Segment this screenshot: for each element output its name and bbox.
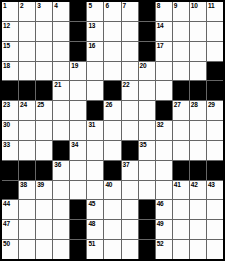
cell-r11c1[interactable]: 44 (2, 200, 18, 219)
cell-r1c3[interactable]: 3 (36, 2, 52, 21)
cell-r3c10[interactable]: 17 (156, 42, 172, 61)
cell-r13c13[interactable] (207, 240, 223, 259)
cell-r1c6[interactable]: 5 (87, 2, 103, 21)
cell-r10c10[interactable] (156, 181, 172, 200)
black-cell-r9c11 (173, 161, 189, 180)
cell-r7c1[interactable]: 30 (2, 121, 18, 140)
cell-r6c8[interactable] (122, 101, 138, 120)
black-cell-r8c8 (122, 141, 138, 160)
cell-r9c6[interactable] (87, 161, 103, 180)
clue-number-2: 2 (20, 2, 23, 10)
clue-number-39: 39 (37, 181, 44, 189)
black-cell-r9c12 (190, 161, 206, 180)
cell-r8c13[interactable] (207, 141, 223, 160)
cell-r6c11[interactable]: 27 (173, 101, 189, 120)
cell-r5c4[interactable]: 21 (53, 81, 69, 100)
cell-r1c12[interactable]: 10 (190, 2, 206, 21)
cell-r5c8[interactable]: 22 (122, 81, 138, 100)
cell-r8c2[interactable] (19, 141, 35, 160)
cell-r3c3[interactable] (36, 42, 52, 61)
black-cell-r4c13 (207, 62, 223, 81)
clue-number-28: 28 (191, 101, 198, 109)
black-cell-r1c9 (139, 2, 155, 21)
cell-r10c7[interactable]: 40 (104, 181, 120, 200)
clue-number-32: 32 (157, 121, 164, 129)
black-cell-r11c9 (139, 200, 155, 219)
clue-number-3: 3 (37, 2, 40, 10)
black-cell-r5c11 (173, 81, 189, 100)
clue-number-35: 35 (140, 141, 147, 149)
clue-number-1: 1 (3, 2, 6, 10)
black-cell-r12c5 (70, 220, 86, 239)
cell-r3c12[interactable] (190, 42, 206, 61)
cell-r3c1[interactable]: 15 (2, 42, 18, 61)
cell-r10c4[interactable] (53, 181, 69, 200)
clue-number-40: 40 (105, 181, 112, 189)
black-cell-r1c5 (70, 2, 86, 21)
cell-r4c8[interactable] (122, 62, 138, 81)
cell-r11c3[interactable] (36, 200, 52, 219)
cell-r2c13[interactable] (207, 22, 223, 41)
cell-r8c1[interactable]: 33 (2, 141, 18, 160)
clue-number-7: 7 (123, 2, 126, 10)
cell-r2c4[interactable] (53, 22, 69, 41)
cell-r1c4[interactable]: 4 (53, 2, 69, 21)
clue-number-44: 44 (3, 200, 10, 208)
clue-number-12: 12 (3, 22, 10, 30)
clue-number-29: 29 (208, 101, 215, 109)
cell-r11c13[interactable] (207, 200, 223, 219)
clue-number-8: 8 (157, 2, 160, 10)
black-cell-r9c2 (19, 161, 35, 180)
clue-number-5: 5 (88, 2, 91, 10)
cell-r11c4[interactable] (53, 200, 69, 219)
clue-number-36: 36 (54, 161, 61, 169)
black-cell-r5c7 (104, 81, 120, 100)
cell-r12c11[interactable] (173, 220, 189, 239)
black-cell-r3c9 (139, 42, 155, 61)
cell-r4c10[interactable] (156, 62, 172, 81)
cell-r1c10[interactable]: 8 (156, 2, 172, 21)
cell-r4c6[interactable] (87, 62, 103, 81)
cell-r8c7[interactable] (104, 141, 120, 160)
clue-number-31: 31 (88, 121, 95, 129)
black-cell-r13c9 (139, 240, 155, 259)
cell-r4c5[interactable]: 19 (70, 62, 86, 81)
clue-number-18: 18 (3, 62, 10, 70)
cell-r10c9[interactable] (139, 181, 155, 200)
cell-r4c1[interactable]: 18 (2, 62, 18, 81)
cell-r2c8[interactable] (122, 22, 138, 41)
clue-number-42: 42 (191, 181, 198, 189)
cell-r8c11[interactable] (173, 141, 189, 160)
clue-number-37: 37 (123, 161, 130, 169)
cell-r8c12[interactable] (190, 141, 206, 160)
cell-r1c1[interactable]: 1 (2, 2, 18, 21)
cell-r5c5[interactable] (70, 81, 86, 100)
cell-r6c7[interactable]: 26 (104, 101, 120, 120)
cell-r8c10[interactable] (156, 141, 172, 160)
clue-number-34: 34 (71, 141, 78, 149)
cell-r10c3[interactable]: 39 (36, 181, 52, 200)
cell-r7c11[interactable] (173, 121, 189, 140)
cell-r1c8[interactable]: 7 (122, 2, 138, 21)
cell-r7c9[interactable] (139, 121, 155, 140)
clue-number-46: 46 (157, 200, 164, 208)
cell-r5c10[interactable] (156, 81, 172, 100)
clue-number-17: 17 (157, 42, 164, 50)
cell-r8c3[interactable] (36, 141, 52, 160)
cell-r9c10[interactable] (156, 161, 172, 180)
clue-number-4: 4 (54, 2, 57, 10)
cell-r11c7[interactable] (104, 200, 120, 219)
cell-r6c5[interactable] (70, 101, 86, 120)
cell-r2c10[interactable]: 14 (156, 22, 172, 41)
cell-r13c12[interactable] (190, 240, 206, 259)
cell-r7c6[interactable]: 31 (87, 121, 103, 140)
cell-r5c9[interactable] (139, 81, 155, 100)
cell-r10c2[interactable]: 38 (19, 181, 35, 200)
cell-r9c4[interactable]: 36 (53, 161, 69, 180)
black-cell-r5c12 (190, 81, 206, 100)
cell-r12c3[interactable] (36, 220, 52, 239)
cell-r6c3[interactable]: 25 (36, 101, 52, 120)
cell-r2c2[interactable] (19, 22, 35, 41)
cell-r6c2[interactable]: 24 (19, 101, 35, 120)
cell-r6c1[interactable]: 23 (2, 101, 18, 120)
crossword-board: 1234567891011121314151617181920212223242… (0, 0, 225, 261)
cell-r7c12[interactable] (190, 121, 206, 140)
cell-r1c13[interactable]: 11 (207, 2, 223, 21)
black-cell-r2c9 (139, 22, 155, 41)
cell-r7c8[interactable] (122, 121, 138, 140)
cell-r13c3[interactable] (36, 240, 52, 259)
cell-r11c6[interactable]: 45 (87, 200, 103, 219)
cell-r1c7[interactable]: 6 (104, 2, 120, 21)
clue-number-33: 33 (3, 141, 10, 149)
cell-r12c10[interactable]: 49 (156, 220, 172, 239)
cell-r5c6[interactable] (87, 81, 103, 100)
cell-r3c11[interactable] (173, 42, 189, 61)
cell-r10c13[interactable]: 43 (207, 181, 223, 200)
clue-number-25: 25 (37, 101, 44, 109)
clue-number-15: 15 (3, 42, 10, 50)
cell-r11c12[interactable] (190, 200, 206, 219)
clue-number-9: 9 (174, 2, 177, 10)
clue-number-21: 21 (54, 81, 61, 89)
clue-number-45: 45 (88, 200, 95, 208)
black-cell-r12c9 (139, 220, 155, 239)
clue-number-30: 30 (3, 121, 10, 129)
cell-r13c11[interactable] (173, 240, 189, 259)
cell-r10c5[interactable] (70, 181, 86, 200)
cell-r4c2[interactable] (19, 62, 35, 81)
cell-r7c5[interactable] (70, 121, 86, 140)
clue-number-20: 20 (140, 62, 147, 70)
clue-number-52: 52 (157, 240, 164, 248)
cell-r13c7[interactable] (104, 240, 120, 259)
clue-number-48: 48 (88, 220, 95, 228)
black-cell-r5c2 (19, 81, 35, 100)
cell-r3c8[interactable] (122, 42, 138, 61)
clue-number-16: 16 (88, 42, 95, 50)
cell-r12c1[interactable]: 47 (2, 220, 18, 239)
cell-r10c11[interactable]: 41 (173, 181, 189, 200)
cell-r10c6[interactable] (87, 181, 103, 200)
cell-r3c2[interactable] (19, 42, 35, 61)
cell-r8c5[interactable]: 34 (70, 141, 86, 160)
cell-r1c11[interactable]: 9 (173, 2, 189, 21)
cell-r1c2[interactable]: 2 (19, 2, 35, 21)
cell-r12c4[interactable] (53, 220, 69, 239)
cell-r2c3[interactable] (36, 22, 52, 41)
clue-number-6: 6 (105, 2, 108, 10)
cell-r11c2[interactable] (19, 200, 35, 219)
cell-r6c4[interactable] (53, 101, 69, 120)
cell-r7c4[interactable] (53, 121, 69, 140)
cell-r13c4[interactable] (53, 240, 69, 259)
cell-r4c12[interactable] (190, 62, 206, 81)
clue-number-10: 10 (191, 2, 198, 10)
black-cell-r5c1 (2, 81, 18, 100)
cell-r8c6[interactable] (87, 141, 103, 160)
black-cell-r2c5 (70, 22, 86, 41)
cell-r2c11[interactable] (173, 22, 189, 41)
clue-number-43: 43 (208, 181, 215, 189)
black-cell-r6c10 (156, 101, 172, 120)
cell-r7c10[interactable]: 32 (156, 121, 172, 140)
clue-number-49: 49 (157, 220, 164, 228)
clue-number-27: 27 (174, 101, 181, 109)
clue-number-14: 14 (157, 22, 164, 30)
cell-r3c13[interactable] (207, 42, 223, 61)
clue-number-26: 26 (105, 101, 112, 109)
clue-number-11: 11 (208, 2, 214, 10)
cell-r11c11[interactable] (173, 200, 189, 219)
black-cell-r11c5 (70, 200, 86, 219)
clue-number-51: 51 (88, 240, 95, 248)
black-cell-r9c1 (2, 161, 18, 180)
cell-r7c3[interactable] (36, 121, 52, 140)
clue-number-47: 47 (3, 220, 10, 228)
cell-r13c10[interactable]: 52 (156, 240, 172, 259)
black-cell-r9c13 (207, 161, 223, 180)
cell-r7c2[interactable] (19, 121, 35, 140)
cell-r7c7[interactable] (104, 121, 120, 140)
cell-r12c2[interactable] (19, 220, 35, 239)
clue-number-50: 50 (3, 240, 10, 248)
cell-r12c12[interactable] (190, 220, 206, 239)
black-cell-r5c3 (36, 81, 52, 100)
cell-r6c9[interactable] (139, 101, 155, 120)
cell-r8c9[interactable]: 35 (139, 141, 155, 160)
cell-r3c7[interactable] (104, 42, 120, 61)
cell-r9c5[interactable] (70, 161, 86, 180)
clue-number-22: 22 (123, 81, 130, 89)
cell-r13c2[interactable] (19, 240, 35, 259)
black-cell-r13c5 (70, 240, 86, 259)
cell-r4c4[interactable] (53, 62, 69, 81)
black-cell-r3c5 (70, 42, 86, 61)
clue-number-13: 13 (88, 22, 95, 30)
black-cell-r10c1 (2, 181, 18, 200)
clue-number-38: 38 (20, 181, 27, 189)
cell-r2c6[interactable]: 13 (87, 22, 103, 41)
cell-r12c13[interactable] (207, 220, 223, 239)
cell-r9c9[interactable] (139, 161, 155, 180)
clue-number-23: 23 (3, 101, 10, 109)
cell-r2c7[interactable] (104, 22, 120, 41)
cell-r2c1[interactable]: 12 (2, 22, 18, 41)
clue-number-41: 41 (174, 181, 181, 189)
cell-r10c12[interactable]: 42 (190, 181, 206, 200)
cell-r11c8[interactable] (122, 200, 138, 219)
cell-r13c6[interactable]: 51 (87, 240, 103, 259)
cell-r12c6[interactable]: 48 (87, 220, 103, 239)
cell-r13c8[interactable] (122, 240, 138, 259)
cell-r6c12[interactable]: 28 (190, 101, 206, 120)
black-cell-r9c7 (104, 161, 120, 180)
cell-r4c11[interactable] (173, 62, 189, 81)
black-cell-r9c3 (36, 161, 52, 180)
cell-r3c4[interactable] (53, 42, 69, 61)
cell-r6c13[interactable]: 29 (207, 101, 223, 120)
cell-r11c10[interactable]: 46 (156, 200, 172, 219)
cell-r4c3[interactable] (36, 62, 52, 81)
cell-r3c6[interactable]: 16 (87, 42, 103, 61)
cell-r2c12[interactable] (190, 22, 206, 41)
cell-r9c8[interactable]: 37 (122, 161, 138, 180)
cell-r12c8[interactable] (122, 220, 138, 239)
cell-r4c9[interactable]: 20 (139, 62, 155, 81)
clue-number-24: 24 (20, 101, 27, 109)
black-cell-r8c4 (53, 141, 69, 160)
cell-r10c8[interactable] (122, 181, 138, 200)
cell-r7c13[interactable] (207, 121, 223, 140)
cell-r13c1[interactable]: 50 (2, 240, 18, 259)
black-cell-r5c13 (207, 81, 223, 100)
black-cell-r6c6 (87, 101, 103, 120)
clue-number-19: 19 (71, 62, 78, 70)
cell-r4c7[interactable] (104, 62, 120, 81)
cell-r12c7[interactable] (104, 220, 120, 239)
